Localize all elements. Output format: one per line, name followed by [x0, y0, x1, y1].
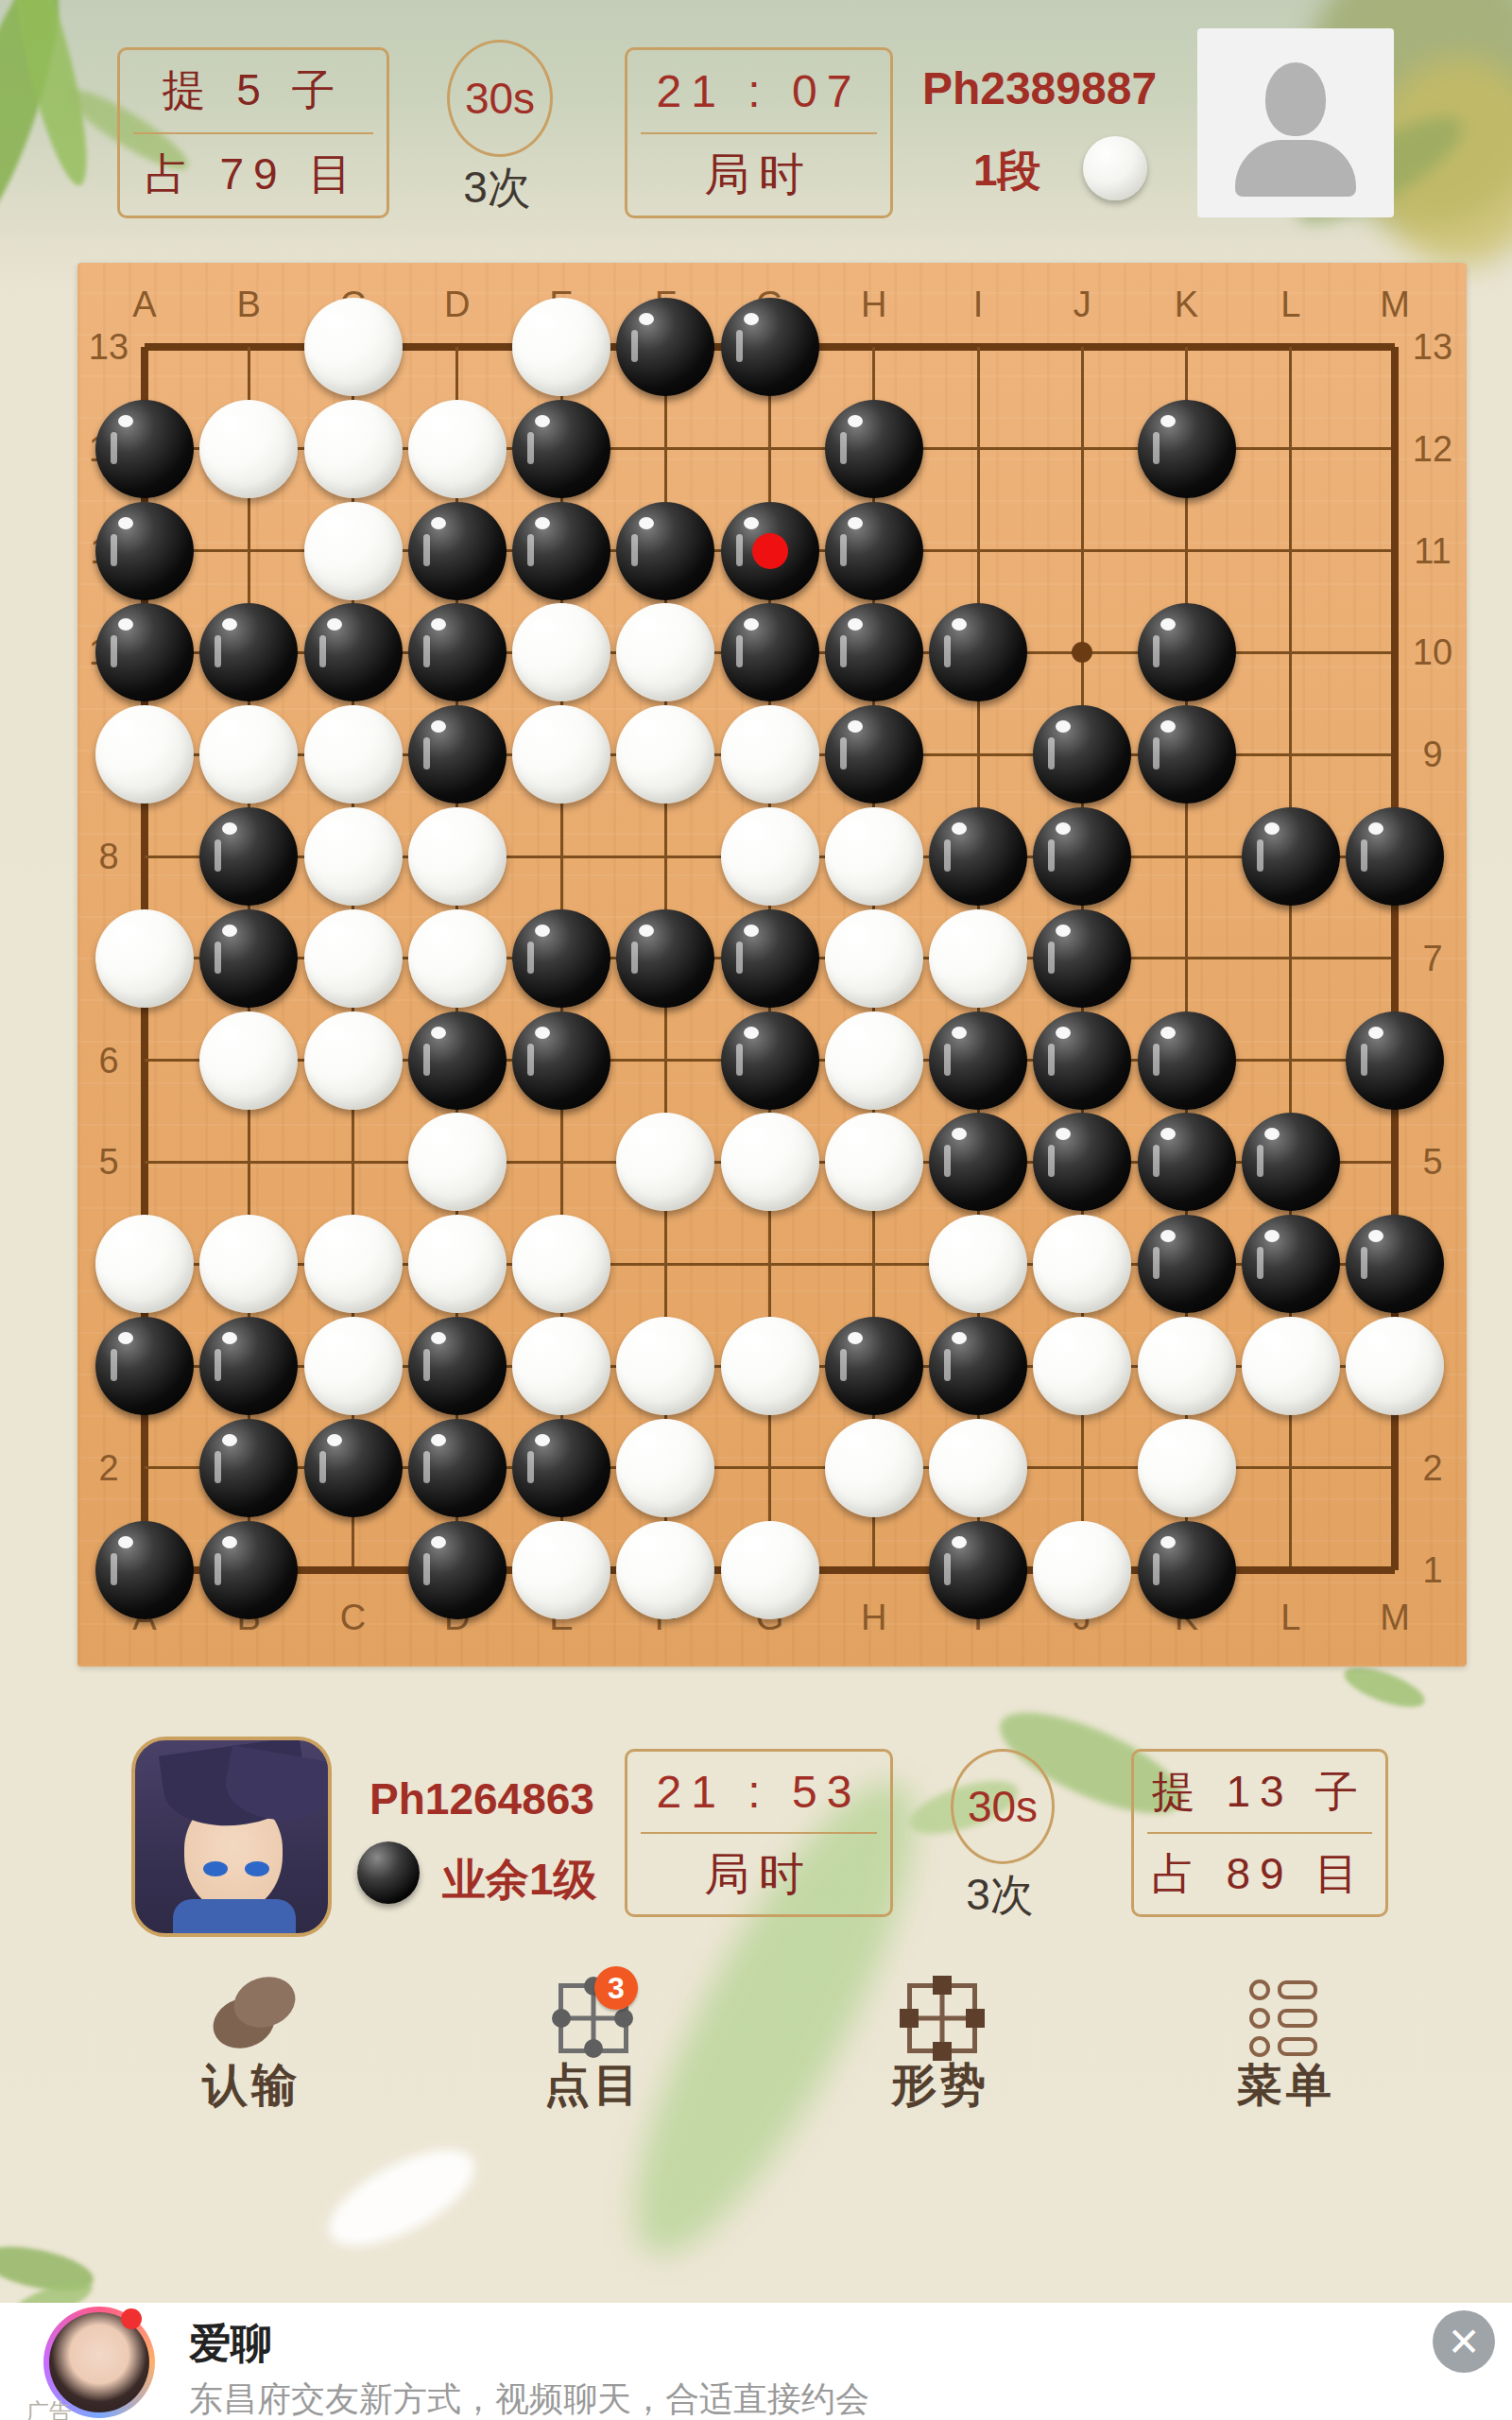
last-move-marker — [752, 533, 788, 569]
black-territory: 占 89 目 — [1147, 1834, 1372, 1914]
black-stone-D2 — [408, 1419, 507, 1517]
white-player-name: Ph2389887 — [902, 62, 1177, 114]
go-app-screen: 提 5 子 占 79 目 30s 3次 21 : 07 局时 Ph2389887… — [0, 0, 1512, 2420]
black-stone-icon — [357, 1841, 420, 1904]
avatar-eye — [245, 1861, 269, 1876]
black-periods: 3次 — [941, 1866, 1058, 1925]
ad-description: 东昌府交友新方式，视频聊天，合适直接约会 — [189, 2377, 869, 2420]
black-stone-J7 — [1033, 909, 1131, 1008]
row-label-left-5: 5 — [98, 1142, 118, 1183]
black-stone-B10 — [199, 603, 298, 701]
black-stone-H11 — [825, 502, 923, 600]
white-stone-B4 — [199, 1215, 298, 1313]
black-captures: 提 13 子 — [1147, 1752, 1372, 1834]
white-stone-B6 — [199, 1011, 298, 1110]
white-stone-C6 — [304, 1011, 403, 1110]
black-stone-J9 — [1033, 705, 1131, 804]
black-stone-D9 — [408, 705, 507, 804]
black-stone-G6 — [721, 1011, 819, 1110]
black-stone-I8 — [929, 807, 1027, 906]
count-button[interactable]: 3 点目 — [485, 1974, 702, 2116]
white-stone-C11 — [304, 502, 403, 600]
white-stone-E1 — [512, 1521, 610, 1619]
black-stone-F13 — [616, 298, 714, 396]
white-player-rank: 1段 — [973, 142, 1041, 200]
white-player-avatar[interactable] — [1197, 28, 1394, 217]
col-label-top-M: M — [1380, 285, 1410, 325]
black-time-label: 局时 — [641, 1834, 877, 1914]
black-stone-M8 — [1346, 807, 1444, 906]
white-stone-K3 — [1138, 1317, 1236, 1415]
white-stone-icon — [1083, 136, 1147, 200]
white-capture-territory-box: 提 5 子 占 79 目 — [117, 47, 389, 218]
col-label-top-H: H — [861, 285, 886, 325]
black-stone-C10 — [304, 603, 403, 701]
go-board[interactable]: AA1313BB1212CC1111DD1010EE99FF88GG77HH66… — [77, 263, 1467, 1667]
white-stone-E10 — [512, 603, 610, 701]
resign-stones-icon — [209, 1974, 294, 2053]
row-label-right-13: 13 — [1413, 327, 1452, 368]
black-stone-E7 — [512, 909, 610, 1008]
row-label-right-1: 1 — [1422, 1549, 1442, 1590]
ad-banner[interactable]: 爱聊 东昌府交友新方式，视频聊天，合适直接约会 ✕ 广告 — [0, 2303, 1512, 2420]
black-stone-K4 — [1138, 1215, 1236, 1313]
black-player-avatar[interactable] — [131, 1737, 332, 1937]
black-stone-L4 — [1242, 1215, 1340, 1313]
white-byoyomi-circle: 30s — [447, 40, 553, 157]
black-stone-H9 — [825, 705, 923, 804]
black-byoyomi-circle: 30s — [951, 1749, 1055, 1864]
black-stone-G13 — [721, 298, 819, 396]
black-stone-B7 — [199, 909, 298, 1008]
white-stone-E3 — [512, 1317, 610, 1415]
avatar-eye — [203, 1861, 228, 1876]
white-periods: 3次 — [438, 159, 557, 217]
avatar-collar — [173, 1899, 296, 1937]
count-badge: 3 — [594, 1966, 638, 2010]
person-silhouette-icon — [1235, 140, 1356, 197]
white-stone-C4 — [304, 1215, 403, 1313]
influence-button[interactable]: 形势 — [832, 1974, 1049, 2116]
col-label-top-A: A — [132, 285, 156, 325]
white-byoyomi: 30s — [465, 73, 535, 124]
white-stone-A9 — [95, 705, 194, 804]
white-stone-F5 — [616, 1113, 714, 1211]
row-label-left-13: 13 — [89, 327, 129, 368]
white-stone-J4 — [1033, 1215, 1131, 1313]
row-label-left-2: 2 — [98, 1447, 118, 1488]
black-stone-C2 — [304, 1419, 403, 1517]
count-label: 点目 — [544, 2055, 643, 2116]
white-stone-F9 — [616, 705, 714, 804]
col-label-top-L: L — [1280, 285, 1300, 325]
black-stone-K6 — [1138, 1011, 1236, 1110]
black-stone-I10 — [929, 603, 1027, 701]
white-captures: 提 5 子 — [133, 50, 373, 134]
black-stone-D3 — [408, 1317, 507, 1415]
black-stone-J6 — [1033, 1011, 1131, 1110]
col-label-top-K: K — [1175, 285, 1198, 325]
white-stone-I2 — [929, 1419, 1027, 1517]
black-stone-D10 — [408, 603, 507, 701]
black-stone-I1 — [929, 1521, 1027, 1619]
black-stone-A10 — [95, 603, 194, 701]
white-stone-I4 — [929, 1215, 1027, 1313]
menu-label: 菜单 — [1237, 2055, 1335, 2116]
white-stone-G9 — [721, 705, 819, 804]
black-stone-A11 — [95, 502, 194, 600]
white-stone-L3 — [1242, 1317, 1340, 1415]
white-stone-E13 — [512, 298, 610, 396]
white-stone-C12 — [304, 400, 403, 498]
col-label-top-J: J — [1074, 285, 1091, 325]
white-stone-A7 — [95, 909, 194, 1008]
white-stone-D8 — [408, 807, 507, 906]
white-stone-E4 — [512, 1215, 610, 1313]
row-label-right-10: 10 — [1413, 632, 1452, 673]
white-stone-G1 — [721, 1521, 819, 1619]
black-stone-D6 — [408, 1011, 507, 1110]
person-silhouette-icon — [1265, 62, 1326, 136]
col-label-top-B: B — [237, 285, 261, 325]
white-stone-H7 — [825, 909, 923, 1008]
white-clock-box: 21 : 07 局时 — [625, 47, 893, 218]
black-stone-A3 — [95, 1317, 194, 1415]
white-stone-C9 — [304, 705, 403, 804]
white-stone-B9 — [199, 705, 298, 804]
influence-label: 形势 — [891, 2055, 989, 2116]
black-stone-M4 — [1346, 1215, 1444, 1313]
col-label-top-D: D — [444, 285, 470, 325]
row-label-right-9: 9 — [1422, 735, 1442, 775]
row-label-right-2: 2 — [1422, 1447, 1442, 1488]
black-stone-L5 — [1242, 1113, 1340, 1211]
black-stone-J5 — [1033, 1113, 1131, 1211]
black-byoyomi: 30s — [968, 1781, 1038, 1832]
white-stone-D12 — [408, 400, 507, 498]
notification-dot — [121, 2308, 142, 2329]
white-stone-D5 — [408, 1113, 507, 1211]
black-stone-L8 — [1242, 807, 1340, 906]
col-label-bottom-H: H — [861, 1597, 886, 1637]
black-stone-H3 — [825, 1317, 923, 1415]
close-icon[interactable]: ✕ — [1433, 2310, 1495, 2373]
feather-decor — [316, 2131, 489, 2265]
resign-label: 认输 — [202, 2055, 301, 2116]
black-capture-territory-box: 提 13 子 占 89 目 — [1131, 1749, 1388, 1917]
black-stone-K1 — [1138, 1521, 1236, 1619]
white-stone-E9 — [512, 705, 610, 804]
col-label-bottom-L: L — [1280, 1597, 1300, 1637]
black-stone-H10 — [825, 603, 923, 701]
black-main-time: 21 : 53 — [641, 1752, 877, 1834]
menu-list-icon — [1244, 1974, 1329, 2053]
black-stone-I5 — [929, 1113, 1027, 1211]
white-territory: 占 79 目 — [133, 134, 373, 216]
black-stone-F7 — [616, 909, 714, 1008]
col-label-bottom-M: M — [1380, 1597, 1410, 1637]
white-stone-G5 — [721, 1113, 819, 1211]
black-stone-E12 — [512, 400, 610, 498]
black-stone-F11 — [616, 502, 714, 600]
black-stone-M6 — [1346, 1011, 1444, 1110]
white-stone-B12 — [199, 400, 298, 498]
white-stone-G3 — [721, 1317, 819, 1415]
count-grid-icon: 3 — [551, 1974, 636, 2053]
black-stone-A12 — [95, 400, 194, 498]
black-stone-E6 — [512, 1011, 610, 1110]
row-label-right-12: 12 — [1413, 428, 1452, 469]
menu-button[interactable]: 菜单 — [1177, 1974, 1395, 2116]
white-stone-C13 — [304, 298, 403, 396]
white-stone-C7 — [304, 909, 403, 1008]
white-stone-H8 — [825, 807, 923, 906]
white-stone-F3 — [616, 1317, 714, 1415]
white-stone-D4 — [408, 1215, 507, 1313]
black-stone-K10 — [1138, 603, 1236, 701]
black-stone-K12 — [1138, 400, 1236, 498]
black-stone-B3 — [199, 1317, 298, 1415]
ad-title: 爱聊 — [189, 2316, 272, 2372]
black-clock-box: 21 : 53 局时 — [625, 1749, 893, 1917]
black-stone-K5 — [1138, 1113, 1236, 1211]
white-stone-H5 — [825, 1113, 923, 1211]
resign-button[interactable]: 认输 — [143, 1974, 360, 2116]
black-stone-D11 — [408, 502, 507, 600]
black-player-rank: 业余1级 — [442, 1851, 597, 1910]
black-stone-B2 — [199, 1419, 298, 1517]
black-player-name: Ph1264863 — [345, 1773, 619, 1824]
black-stone-H12 — [825, 400, 923, 498]
white-stone-J3 — [1033, 1317, 1131, 1415]
white-stone-F2 — [616, 1419, 714, 1517]
row-label-left-6: 6 — [98, 1040, 118, 1080]
col-label-bottom-C: C — [340, 1597, 366, 1637]
white-stone-J1 — [1033, 1521, 1131, 1619]
black-stone-A1 — [95, 1521, 194, 1619]
white-stone-K2 — [1138, 1419, 1236, 1517]
white-stone-F10 — [616, 603, 714, 701]
white-main-time: 21 : 07 — [641, 50, 877, 134]
influence-grid-icon — [898, 1974, 983, 2053]
black-stone-G10 — [721, 603, 819, 701]
white-stone-C8 — [304, 807, 403, 906]
black-stone-D1 — [408, 1521, 507, 1619]
white-stone-G8 — [721, 807, 819, 906]
black-stone-B1 — [199, 1521, 298, 1619]
white-time-label: 局时 — [641, 134, 877, 216]
row-label-left-8: 8 — [98, 837, 118, 877]
col-label-top-I: I — [973, 285, 984, 325]
black-stone-K9 — [1138, 705, 1236, 804]
white-stone-H6 — [825, 1011, 923, 1110]
white-stone-D7 — [408, 909, 507, 1008]
white-stone-H2 — [825, 1419, 923, 1517]
white-stone-C3 — [304, 1317, 403, 1415]
black-stone-B8 — [199, 807, 298, 906]
white-stone-F1 — [616, 1521, 714, 1619]
row-label-right-11: 11 — [1414, 530, 1451, 571]
row-label-right-7: 7 — [1422, 938, 1442, 978]
black-stone-E11 — [512, 502, 610, 600]
black-stone-I3 — [929, 1317, 1027, 1415]
black-stone-E2 — [512, 1419, 610, 1517]
black-stone-J8 — [1033, 807, 1131, 906]
leaf-decor — [1340, 1660, 1430, 1716]
black-stone-G7 — [721, 909, 819, 1008]
white-stone-I7 — [929, 909, 1027, 1008]
black-stone-I6 — [929, 1011, 1027, 1110]
star-point-J10 — [1072, 642, 1092, 663]
row-label-right-5: 5 — [1422, 1142, 1442, 1183]
ad-tag: 广告 — [26, 2396, 72, 2420]
black-stone-G11 — [721, 502, 819, 600]
white-stone-A4 — [95, 1215, 194, 1313]
white-stone-M3 — [1346, 1317, 1444, 1415]
